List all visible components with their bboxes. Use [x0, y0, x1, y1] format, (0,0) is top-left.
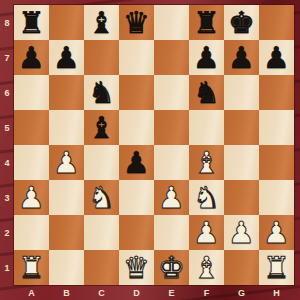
black-pawn-f7[interactable]: ♟	[193, 40, 220, 75]
white-pawn-a3[interactable]: ♟	[18, 180, 45, 215]
square-b2[interactable]	[49, 215, 84, 250]
square-d1[interactable]: ♛	[119, 250, 154, 285]
square-f1[interactable]: ♝	[189, 250, 224, 285]
file-label-b: B	[49, 285, 84, 300]
white-pawn-f2[interactable]: ♟	[193, 215, 220, 250]
black-rook-f8[interactable]: ♜	[193, 5, 220, 40]
square-f4[interactable]: ♝	[189, 145, 224, 180]
black-king-g8[interactable]: ♚	[228, 5, 255, 40]
file-label-a: A	[14, 285, 49, 300]
square-e2[interactable]	[154, 215, 189, 250]
square-h2[interactable]: ♟	[259, 215, 294, 250]
black-pawn-h7[interactable]: ♟	[263, 40, 290, 75]
square-f6[interactable]: ♞	[189, 75, 224, 110]
square-d2[interactable]	[119, 215, 154, 250]
square-d7[interactable]	[119, 40, 154, 75]
chess-board-frame: 87654321 ABCDEFGH ♜♝♛♜♚♟♟♟♟♟♞♞♝♟♟♝♟♞♟♞♟♟…	[0, 0, 300, 300]
white-pawn-g2[interactable]: ♟	[228, 215, 255, 250]
white-knight-c3[interactable]: ♞	[88, 180, 115, 215]
black-pawn-d4[interactable]: ♟	[123, 145, 150, 180]
square-e5[interactable]	[154, 110, 189, 145]
square-e8[interactable]	[154, 5, 189, 40]
square-d8[interactable]: ♛	[119, 5, 154, 40]
square-h1[interactable]: ♜	[259, 250, 294, 285]
square-a8[interactable]: ♜	[14, 5, 49, 40]
black-knight-c6[interactable]: ♞	[88, 75, 115, 110]
rank-label-5: 5	[0, 110, 14, 145]
square-g4[interactable]	[224, 145, 259, 180]
square-c6[interactable]: ♞	[84, 75, 119, 110]
square-e4[interactable]	[154, 145, 189, 180]
black-rook-a8[interactable]: ♜	[18, 5, 45, 40]
square-b7[interactable]: ♟	[49, 40, 84, 75]
white-bishop-f1[interactable]: ♝	[193, 250, 220, 285]
white-pawn-e3[interactable]: ♟	[158, 180, 185, 215]
square-d4[interactable]: ♟	[119, 145, 154, 180]
square-b3[interactable]	[49, 180, 84, 215]
white-rook-a1[interactable]: ♜	[18, 250, 45, 285]
square-a7[interactable]: ♟	[14, 40, 49, 75]
square-g7[interactable]: ♟	[224, 40, 259, 75]
rank-labels: 87654321	[0, 5, 14, 285]
rank-label-3: 3	[0, 180, 14, 215]
square-h7[interactable]: ♟	[259, 40, 294, 75]
square-h8[interactable]	[259, 5, 294, 40]
rank-label-2: 2	[0, 215, 14, 250]
square-b6[interactable]	[49, 75, 84, 110]
square-d5[interactable]	[119, 110, 154, 145]
square-c7[interactable]	[84, 40, 119, 75]
square-a5[interactable]	[14, 110, 49, 145]
black-pawn-g7[interactable]: ♟	[228, 40, 255, 75]
square-d3[interactable]	[119, 180, 154, 215]
square-f2[interactable]: ♟	[189, 215, 224, 250]
square-a6[interactable]	[14, 75, 49, 110]
white-bishop-f4[interactable]: ♝	[193, 145, 220, 180]
rank-label-7: 7	[0, 40, 14, 75]
square-c3[interactable]: ♞	[84, 180, 119, 215]
square-h6[interactable]	[259, 75, 294, 110]
square-e7[interactable]	[154, 40, 189, 75]
file-label-e: E	[154, 285, 189, 300]
file-label-f: F	[189, 285, 224, 300]
rank-label-4: 4	[0, 145, 14, 180]
square-g6[interactable]	[224, 75, 259, 110]
square-h4[interactable]	[259, 145, 294, 180]
file-labels: ABCDEFGH	[14, 285, 294, 300]
square-c5[interactable]: ♝	[84, 110, 119, 145]
square-h3[interactable]	[259, 180, 294, 215]
square-e3[interactable]: ♟	[154, 180, 189, 215]
file-label-h: H	[259, 285, 294, 300]
white-rook-h1[interactable]: ♜	[263, 250, 290, 285]
black-pawn-a7[interactable]: ♟	[18, 40, 45, 75]
square-g8[interactable]: ♚	[224, 5, 259, 40]
square-a2[interactable]	[14, 215, 49, 250]
square-f3[interactable]: ♞	[189, 180, 224, 215]
black-knight-f6[interactable]: ♞	[193, 75, 220, 110]
file-label-g: G	[224, 285, 259, 300]
square-b4[interactable]: ♟	[49, 145, 84, 180]
square-b8[interactable]	[49, 5, 84, 40]
square-b5[interactable]	[49, 110, 84, 145]
square-f7[interactable]: ♟	[189, 40, 224, 75]
rank-label-6: 6	[0, 75, 14, 110]
square-d6[interactable]	[119, 75, 154, 110]
white-pawn-b4[interactable]: ♟	[53, 145, 80, 180]
rank-label-1: 1	[0, 250, 14, 285]
square-f5[interactable]	[189, 110, 224, 145]
square-g1[interactable]	[224, 250, 259, 285]
black-pawn-b7[interactable]: ♟	[53, 40, 80, 75]
square-c8[interactable]: ♝	[84, 5, 119, 40]
square-a3[interactable]: ♟	[14, 180, 49, 215]
file-label-c: C	[84, 285, 119, 300]
square-c4[interactable]	[84, 145, 119, 180]
square-g2[interactable]: ♟	[224, 215, 259, 250]
square-a1[interactable]: ♜	[14, 250, 49, 285]
square-f8[interactable]: ♜	[189, 5, 224, 40]
rank-label-8: 8	[0, 5, 14, 40]
square-h5[interactable]	[259, 110, 294, 145]
square-c2[interactable]	[84, 215, 119, 250]
chess-board: ♜♝♛♜♚♟♟♟♟♟♞♞♝♟♟♝♟♞♟♞♟♟♟♜♛♚♝♜	[14, 5, 294, 285]
black-queen-d8[interactable]: ♛	[123, 5, 150, 40]
square-e6[interactable]	[154, 75, 189, 110]
black-bishop-c8[interactable]: ♝	[88, 5, 115, 40]
white-knight-f3[interactable]: ♞	[193, 180, 220, 215]
square-g5[interactable]	[224, 110, 259, 145]
white-king-e1[interactable]: ♚	[158, 250, 185, 285]
black-bishop-c5[interactable]: ♝	[88, 110, 115, 145]
white-queen-d1[interactable]: ♛	[123, 250, 150, 285]
file-label-d: D	[119, 285, 154, 300]
square-c1[interactable]	[84, 250, 119, 285]
square-e1[interactable]: ♚	[154, 250, 189, 285]
white-pawn-h2[interactable]: ♟	[263, 215, 290, 250]
square-g3[interactable]	[224, 180, 259, 215]
square-a4[interactable]	[14, 145, 49, 180]
square-b1[interactable]	[49, 250, 84, 285]
